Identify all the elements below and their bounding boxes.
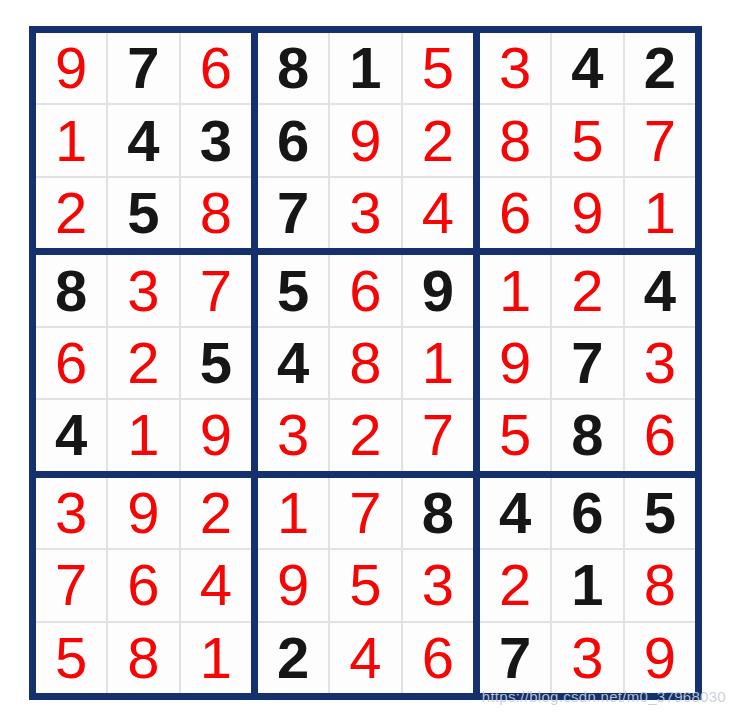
cell-r8c7[interactable]: 2 xyxy=(480,550,550,620)
box-1-1: 976143258 xyxy=(36,33,251,248)
cell-r1c6[interactable]: 5 xyxy=(403,33,473,103)
cell-r1c2[interactable]: 7 xyxy=(108,33,178,103)
cell-r1c5[interactable]: 1 xyxy=(330,33,400,103)
cell-r3c8[interactable]: 9 xyxy=(552,178,622,248)
box-2-2: 569481327 xyxy=(258,255,473,470)
cell-r6c6[interactable]: 7 xyxy=(403,400,473,470)
cell-r3c9[interactable]: 1 xyxy=(625,178,695,248)
cell-r4c9[interactable]: 4 xyxy=(625,255,695,325)
cell-r6c3[interactable]: 9 xyxy=(181,400,251,470)
cell-r6c4[interactable]: 3 xyxy=(258,400,328,470)
cell-r2c7[interactable]: 8 xyxy=(480,105,550,175)
box-3-1: 392764581 xyxy=(36,478,251,693)
cell-r5c2[interactable]: 2 xyxy=(108,328,178,398)
cell-r4c3[interactable]: 7 xyxy=(181,255,251,325)
cell-r5c7[interactable]: 9 xyxy=(480,328,550,398)
cell-r1c1[interactable]: 9 xyxy=(36,33,106,103)
page: 9761432588156927343428576918376254195694… xyxy=(0,0,731,718)
cell-r5c9[interactable]: 3 xyxy=(625,328,695,398)
box-2-1: 837625419 xyxy=(36,255,251,470)
cell-r7c9[interactable]: 5 xyxy=(625,478,695,548)
cell-r2c8[interactable]: 5 xyxy=(552,105,622,175)
cell-r6c2[interactable]: 1 xyxy=(108,400,178,470)
cell-r8c1[interactable]: 7 xyxy=(36,550,106,620)
cell-r1c7[interactable]: 3 xyxy=(480,33,550,103)
cell-r5c1[interactable]: 6 xyxy=(36,328,106,398)
cell-r2c2[interactable]: 4 xyxy=(108,105,178,175)
cell-r6c9[interactable]: 6 xyxy=(625,400,695,470)
cell-r8c5[interactable]: 5 xyxy=(330,550,400,620)
cell-r4c8[interactable]: 2 xyxy=(552,255,622,325)
cell-r4c6[interactable]: 9 xyxy=(403,255,473,325)
cell-r5c3[interactable]: 5 xyxy=(181,328,251,398)
cell-r3c2[interactable]: 5 xyxy=(108,178,178,248)
cell-r6c8[interactable]: 8 xyxy=(552,400,622,470)
cell-r9c6[interactable]: 6 xyxy=(403,623,473,693)
cell-r4c5[interactable]: 6 xyxy=(330,255,400,325)
cell-r9c1[interactable]: 5 xyxy=(36,623,106,693)
box-1-3: 342857691 xyxy=(480,33,695,248)
cell-r7c2[interactable]: 9 xyxy=(108,478,178,548)
cell-r2c9[interactable]: 7 xyxy=(625,105,695,175)
cell-r2c4[interactable]: 6 xyxy=(258,105,328,175)
cell-r5c5[interactable]: 8 xyxy=(330,328,400,398)
box-3-2: 178953246 xyxy=(258,478,473,693)
cell-r7c4[interactable]: 1 xyxy=(258,478,328,548)
cell-r4c4[interactable]: 5 xyxy=(258,255,328,325)
cell-r1c9[interactable]: 2 xyxy=(625,33,695,103)
cell-r3c6[interactable]: 4 xyxy=(403,178,473,248)
cell-r6c1[interactable]: 4 xyxy=(36,400,106,470)
cell-r7c3[interactable]: 2 xyxy=(181,478,251,548)
cell-r6c7[interactable]: 5 xyxy=(480,400,550,470)
sudoku-board: 9761432588156927343428576918376254195694… xyxy=(29,26,702,700)
cell-r9c8[interactable]: 3 xyxy=(552,623,622,693)
cell-r7c8[interactable]: 6 xyxy=(552,478,622,548)
cell-r8c4[interactable]: 9 xyxy=(258,550,328,620)
cell-r5c4[interactable]: 4 xyxy=(258,328,328,398)
cell-r7c1[interactable]: 3 xyxy=(36,478,106,548)
cell-r7c5[interactable]: 7 xyxy=(330,478,400,548)
cell-r7c7[interactable]: 4 xyxy=(480,478,550,548)
box-2-3: 124973586 xyxy=(480,255,695,470)
cell-r4c2[interactable]: 3 xyxy=(108,255,178,325)
cell-r2c1[interactable]: 1 xyxy=(36,105,106,175)
box-3-3: 465218739 xyxy=(480,478,695,693)
cell-r1c4[interactable]: 8 xyxy=(258,33,328,103)
cell-r3c7[interactable]: 6 xyxy=(480,178,550,248)
cell-r9c4[interactable]: 2 xyxy=(258,623,328,693)
cell-r9c3[interactable]: 1 xyxy=(181,623,251,693)
cell-r5c6[interactable]: 1 xyxy=(403,328,473,398)
cell-r1c3[interactable]: 6 xyxy=(181,33,251,103)
cell-r4c1[interactable]: 8 xyxy=(36,255,106,325)
box-1-2: 815692734 xyxy=(258,33,473,248)
cell-r8c9[interactable]: 8 xyxy=(625,550,695,620)
cell-r1c8[interactable]: 4 xyxy=(552,33,622,103)
cell-r2c5[interactable]: 9 xyxy=(330,105,400,175)
cell-r9c7[interactable]: 7 xyxy=(480,623,550,693)
cell-r8c3[interactable]: 4 xyxy=(181,550,251,620)
cell-r8c6[interactable]: 3 xyxy=(403,550,473,620)
cell-r9c9[interactable]: 9 xyxy=(625,623,695,693)
cell-r3c5[interactable]: 3 xyxy=(330,178,400,248)
cell-r3c4[interactable]: 7 xyxy=(258,178,328,248)
cell-r3c1[interactable]: 2 xyxy=(36,178,106,248)
cell-r6c5[interactable]: 2 xyxy=(330,400,400,470)
cell-r9c2[interactable]: 8 xyxy=(108,623,178,693)
cell-r5c8[interactable]: 7 xyxy=(552,328,622,398)
cell-r9c5[interactable]: 4 xyxy=(330,623,400,693)
cell-r8c8[interactable]: 1 xyxy=(552,550,622,620)
cell-r3c3[interactable]: 8 xyxy=(181,178,251,248)
cell-r7c6[interactable]: 8 xyxy=(403,478,473,548)
cell-r8c2[interactable]: 6 xyxy=(108,550,178,620)
cell-r2c6[interactable]: 2 xyxy=(403,105,473,175)
cell-r4c7[interactable]: 1 xyxy=(480,255,550,325)
cell-r2c3[interactable]: 3 xyxy=(181,105,251,175)
